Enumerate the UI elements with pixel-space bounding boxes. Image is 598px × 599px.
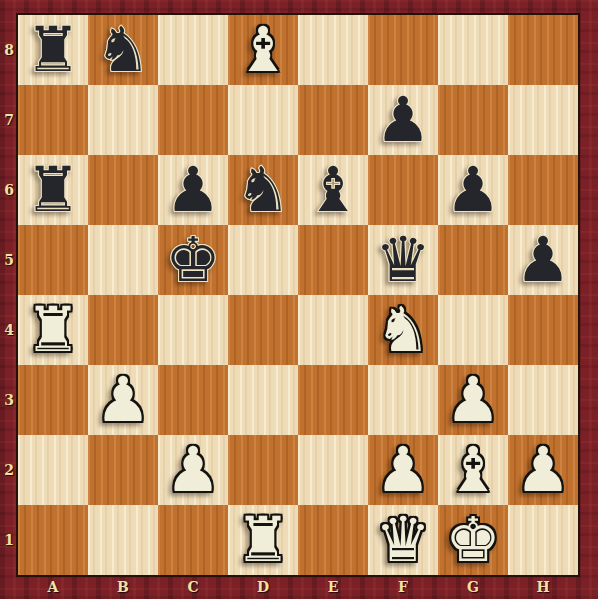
square-h8[interactable] [508,15,578,85]
piece-white-pawn[interactable]: ♟♟ [368,435,438,505]
piece-black-rook[interactable]: ♜♜ [18,155,88,225]
file-label-b: B [88,575,158,599]
file-label-e: E [298,575,368,599]
rank-label-5: 5 [0,225,18,295]
square-b2[interactable] [88,435,158,505]
white-pawn-glyph: ♟ [508,435,578,505]
black-pawn-glyph: ♟ [158,155,228,225]
square-a1[interactable] [18,505,88,575]
square-e6[interactable]: ♝♝ [298,155,368,225]
square-e8[interactable] [298,15,368,85]
piece-black-king[interactable]: ♚♚ [158,225,228,295]
square-e2[interactable] [298,435,368,505]
square-g5[interactable] [438,225,508,295]
square-b1[interactable] [88,505,158,575]
square-d3[interactable] [228,365,298,435]
piece-white-bishop[interactable]: ♝♝ [438,435,508,505]
white-queen-glyph: ♛ [368,505,438,575]
square-g7[interactable] [438,85,508,155]
piece-black-pawn[interactable]: ♟♟ [438,155,508,225]
black-knight-glyph: ♞ [88,15,158,85]
rank-label-3: 3 [0,365,18,435]
square-h5[interactable]: ♟♟ [508,225,578,295]
white-pawn-glyph: ♟ [438,365,508,435]
square-c3[interactable] [158,365,228,435]
white-pawn-glyph: ♟ [88,365,158,435]
square-e1[interactable] [298,505,368,575]
white-bishop-glyph: ♝ [438,435,508,505]
rank-label-8: 8 [0,15,18,85]
file-label-c: C [158,575,228,599]
square-b4[interactable] [88,295,158,365]
chess-board: ♜♜♞♞♝♝♟♟♜♜♟♟♞♞♝♝♟♟♚♚♛♛♟♟♜♜♞♞♟♟♟♟♟♟♟♟♝♝♟♟… [18,15,578,575]
black-pawn-glyph: ♟ [438,155,508,225]
square-c8[interactable] [158,15,228,85]
piece-white-pawn[interactable]: ♟♟ [508,435,578,505]
white-rook-glyph: ♜ [228,505,298,575]
square-f2[interactable]: ♟♟ [368,435,438,505]
rank-label-4: 4 [0,295,18,365]
piece-black-queen[interactable]: ♛♛ [368,225,438,295]
file-label-a: A [18,575,88,599]
square-f7[interactable]: ♟♟ [368,85,438,155]
white-king-glyph: ♚ [438,505,508,575]
file-labels: ABCDEFGH [18,575,578,599]
piece-white-king[interactable]: ♚♚ [438,505,508,575]
square-c2[interactable]: ♟♟ [158,435,228,505]
piece-white-rook[interactable]: ♜♜ [228,505,298,575]
square-g1[interactable]: ♚♚ [438,505,508,575]
square-c5[interactable]: ♚♚ [158,225,228,295]
black-bishop-glyph: ♝ [298,155,368,225]
piece-black-pawn[interactable]: ♟♟ [368,85,438,155]
square-c7[interactable] [158,85,228,155]
file-label-h: H [508,575,578,599]
white-pawn-glyph: ♟ [158,435,228,505]
square-f4[interactable]: ♞♞ [368,295,438,365]
square-d8[interactable]: ♝♝ [228,15,298,85]
piece-black-pawn[interactable]: ♟♟ [158,155,228,225]
square-b7[interactable] [88,85,158,155]
square-b8[interactable]: ♞♞ [88,15,158,85]
square-h2[interactable]: ♟♟ [508,435,578,505]
white-knight-glyph: ♞ [368,295,438,365]
square-h6[interactable] [508,155,578,225]
square-h3[interactable] [508,365,578,435]
square-f6[interactable] [368,155,438,225]
square-b3[interactable]: ♟♟ [88,365,158,435]
square-a8[interactable]: ♜♜ [18,15,88,85]
piece-black-pawn[interactable]: ♟♟ [508,225,578,295]
square-a2[interactable] [18,435,88,505]
square-b5[interactable] [88,225,158,295]
square-g2[interactable]: ♝♝ [438,435,508,505]
rank-label-2: 2 [0,435,18,505]
black-knight-glyph: ♞ [228,155,298,225]
piece-white-bishop[interactable]: ♝♝ [228,15,298,85]
square-a7[interactable] [18,85,88,155]
square-g8[interactable] [438,15,508,85]
black-king-glyph: ♚ [158,225,228,295]
square-d5[interactable] [228,225,298,295]
piece-black-knight[interactable]: ♞♞ [228,155,298,225]
rank-label-1: 1 [0,505,18,575]
square-g3[interactable]: ♟♟ [438,365,508,435]
square-f5[interactable]: ♛♛ [368,225,438,295]
square-f1[interactable]: ♛♛ [368,505,438,575]
piece-white-queen[interactable]: ♛♛ [368,505,438,575]
square-c4[interactable] [158,295,228,365]
file-label-f: F [368,575,438,599]
piece-white-pawn[interactable]: ♟♟ [88,365,158,435]
square-g6[interactable]: ♟♟ [438,155,508,225]
square-b6[interactable] [88,155,158,225]
square-e3[interactable] [298,365,368,435]
square-d7[interactable] [228,85,298,155]
square-g4[interactable] [438,295,508,365]
square-d4[interactable] [228,295,298,365]
square-c1[interactable] [158,505,228,575]
square-h4[interactable] [508,295,578,365]
square-h1[interactable] [508,505,578,575]
rank-labels: 87654321 [0,15,18,575]
square-d2[interactable] [228,435,298,505]
rank-label-7: 7 [0,85,18,155]
rank-label-6: 6 [0,155,18,225]
square-c6[interactable]: ♟♟ [158,155,228,225]
file-label-g: G [438,575,508,599]
square-d6[interactable]: ♞♞ [228,155,298,225]
square-h7[interactable] [508,85,578,155]
piece-white-pawn[interactable]: ♟♟ [438,365,508,435]
square-f3[interactable] [368,365,438,435]
black-pawn-glyph: ♟ [508,225,578,295]
black-pawn-glyph: ♟ [368,85,438,155]
black-queen-glyph: ♛ [368,225,438,295]
piece-black-bishop[interactable]: ♝♝ [298,155,368,225]
piece-black-knight[interactable]: ♞♞ [88,15,158,85]
white-rook-glyph: ♜ [18,295,88,365]
square-d1[interactable]: ♜♜ [228,505,298,575]
white-pawn-glyph: ♟ [368,435,438,505]
piece-black-rook[interactable]: ♜♜ [18,15,88,85]
chess-board-frame: 87654321 ABCDEFGH ♜♜♞♞♝♝♟♟♜♜♟♟♞♞♝♝♟♟♚♚♛♛… [0,0,598,599]
square-e7[interactable] [298,85,368,155]
square-a5[interactable] [18,225,88,295]
white-bishop-glyph: ♝ [228,15,298,85]
black-rook-glyph: ♜ [18,155,88,225]
square-e5[interactable] [298,225,368,295]
square-a4[interactable]: ♜♜ [18,295,88,365]
black-rook-glyph: ♜ [18,15,88,85]
square-f8[interactable] [368,15,438,85]
square-e4[interactable] [298,295,368,365]
piece-white-rook[interactable]: ♜♜ [18,295,88,365]
square-a3[interactable] [18,365,88,435]
file-label-d: D [228,575,298,599]
piece-white-knight[interactable]: ♞♞ [368,295,438,365]
piece-white-pawn[interactable]: ♟♟ [158,435,228,505]
square-a6[interactable]: ♜♜ [18,155,88,225]
